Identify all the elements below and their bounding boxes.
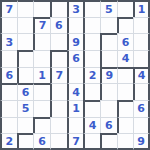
cell-r6c1[interactable] [0, 83, 17, 100]
given-digit: 2 [6, 135, 14, 148]
cell-r1c1[interactable]: 7 [0, 0, 17, 17]
cell-r9c8[interactable] [117, 133, 134, 150]
cell-r8c4[interactable] [50, 117, 67, 134]
given-digit: 6 [105, 119, 113, 132]
cell-r3c7[interactable] [100, 33, 117, 50]
given-digit: 9 [72, 36, 80, 49]
cell-r4c9[interactable] [133, 50, 150, 67]
cell-r9c1[interactable]: 2 [0, 133, 17, 150]
cell-r9c9[interactable]: 9 [133, 133, 150, 150]
cell-r9c5[interactable]: 7 [67, 133, 84, 150]
cell-r3c8[interactable]: 6 [117, 33, 134, 50]
cell-r8c8[interactable] [117, 117, 134, 134]
cell-r5c4[interactable]: 7 [50, 67, 67, 84]
cell-r6c3[interactable] [33, 83, 50, 100]
cell-r3c1[interactable]: 3 [0, 33, 17, 50]
cell-r7c5[interactable]: 1 [67, 100, 84, 117]
cell-r3c6[interactable] [83, 33, 100, 50]
given-digit: 6 [38, 135, 46, 148]
cell-r5c3[interactable]: 1 [33, 67, 50, 84]
cell-r8c6[interactable]: 4 [83, 117, 100, 134]
given-digit: 7 [39, 19, 47, 32]
cell-r6c2[interactable]: 6 [17, 83, 34, 100]
cell-r8c2[interactable] [17, 117, 34, 134]
given-digit: 6 [122, 36, 130, 49]
given-digit: 3 [6, 36, 14, 49]
given-digit: 2 [89, 69, 97, 82]
cell-r7c6[interactable] [83, 100, 100, 117]
given-digit: 4 [72, 86, 80, 99]
cell-r8c7[interactable]: 6 [100, 117, 117, 134]
cell-r6c9[interactable] [133, 83, 150, 100]
cell-r2c2[interactable] [17, 17, 34, 34]
cell-r4c4[interactable] [50, 50, 67, 67]
given-digit: 1 [38, 69, 46, 82]
cell-r2c9[interactable] [133, 17, 150, 34]
cell-r9c4[interactable] [50, 133, 67, 150]
cell-r1c5[interactable]: 3 [67, 0, 84, 17]
cell-r8c1[interactable] [0, 117, 17, 134]
cell-r8c5[interactable] [67, 117, 84, 134]
given-digit: 1 [138, 3, 146, 16]
given-digit: 7 [6, 3, 14, 16]
cell-r7c3[interactable] [33, 100, 50, 117]
cell-r7c1[interactable] [0, 100, 17, 117]
cell-r3c2[interactable] [17, 33, 34, 50]
cell-r1c3[interactable] [33, 0, 50, 17]
cell-r2c6[interactable] [83, 17, 100, 34]
cell-r9c7[interactable] [100, 133, 117, 150]
cell-r2c1[interactable] [0, 17, 17, 34]
given-digit: 7 [55, 69, 63, 82]
cell-r2c5[interactable] [67, 17, 84, 34]
puzzle-stage: 7351763966461729464516462679 [0, 0, 150, 150]
cell-r7c7[interactable] [100, 100, 117, 117]
cell-r7c8[interactable] [117, 100, 134, 117]
cell-r5c1[interactable]: 6 [0, 67, 17, 84]
given-digit: 4 [122, 52, 130, 65]
cell-r6c4[interactable] [50, 83, 67, 100]
cell-r1c6[interactable] [83, 0, 100, 17]
given-digit: 3 [72, 3, 80, 16]
cell-r5c8[interactable] [117, 67, 134, 84]
cell-r5c7[interactable]: 9 [100, 67, 117, 84]
cell-r2c3[interactable]: 7 [33, 17, 50, 34]
given-digit: 5 [22, 102, 30, 115]
cell-r6c5[interactable]: 4 [67, 83, 84, 100]
cell-r1c7[interactable]: 5 [100, 0, 117, 17]
given-digit: 6 [72, 52, 80, 65]
given-digit: 4 [89, 119, 97, 132]
cell-r4c5[interactable]: 6 [67, 50, 84, 67]
given-digit: 1 [72, 102, 80, 115]
cell-r4c2[interactable] [17, 50, 34, 67]
cell-r9c2[interactable] [17, 133, 34, 150]
cell-r5c6[interactable]: 2 [83, 67, 100, 84]
given-digit: 9 [137, 135, 145, 148]
cell-r2c4[interactable]: 6 [50, 17, 67, 34]
cell-r3c4[interactable] [50, 33, 67, 50]
cell-r7c4[interactable] [50, 100, 67, 117]
given-digit: 6 [6, 69, 14, 82]
cell-r1c2[interactable] [17, 0, 34, 17]
given-digit: 5 [105, 3, 113, 16]
cell-r5c2[interactable] [17, 67, 34, 84]
given-digit: 9 [105, 69, 113, 82]
cell-r5c5[interactable] [67, 67, 84, 84]
cell-r9c6[interactable] [83, 133, 100, 150]
cell-r8c3[interactable] [33, 117, 50, 134]
cell-r1c4[interactable] [50, 0, 67, 17]
cell-r4c7[interactable] [100, 50, 117, 67]
cell-r5c9[interactable]: 4 [133, 67, 150, 84]
cell-r4c3[interactable] [33, 50, 50, 67]
cell-r6c7[interactable] [100, 83, 117, 100]
cell-r6c8[interactable] [117, 83, 134, 100]
given-digit: 6 [22, 86, 30, 99]
cell-r6c6[interactable] [83, 83, 100, 100]
cell-r4c1[interactable] [0, 50, 17, 67]
cell-r4c6[interactable] [83, 50, 100, 67]
given-digit: 6 [137, 102, 145, 115]
jigsaw-sudoku-board: 7351763966461729464516462679 [0, 0, 150, 150]
given-digit: 4 [138, 69, 146, 82]
cell-r3c3[interactable] [33, 33, 50, 50]
given-digit: 6 [55, 19, 63, 32]
cell-r8c9[interactable] [133, 117, 150, 134]
cell-r2c7[interactable] [100, 17, 117, 34]
cell-r2c8[interactable] [117, 17, 134, 34]
cell-r7c2[interactable]: 5 [17, 100, 34, 117]
cell-r3c9[interactable] [133, 33, 150, 50]
cell-r1c8[interactable] [117, 0, 134, 17]
cell-r4c8[interactable]: 4 [117, 50, 134, 67]
cell-r9c3[interactable]: 6 [33, 133, 50, 150]
cell-r1c9[interactable]: 1 [133, 0, 150, 17]
cell-r7c9[interactable]: 6 [133, 100, 150, 117]
cell-r3c5[interactable]: 9 [67, 33, 84, 50]
given-digit: 7 [72, 135, 80, 148]
